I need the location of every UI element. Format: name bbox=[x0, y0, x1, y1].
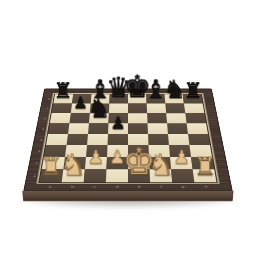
file-label-d: d bbox=[115, 184, 118, 187]
square-g4[interactable] bbox=[168, 134, 189, 145]
chessboard-scene: abcdefgh 12345678 ♜♝♛♚♝♞♜♟♞♟♟♟♟♜♞♚♞♜ bbox=[0, 6, 255, 255]
board-front-edge bbox=[22, 191, 234, 202]
square-f6[interactable] bbox=[147, 113, 167, 123]
playing-area: ♜♝♛♚♝♞♜♟♞♟♟♟♟♜♞♚♞♜ bbox=[39, 94, 216, 182]
square-b1[interactable]: ♞ bbox=[61, 169, 84, 182]
square-h1[interactable]: ♜ bbox=[192, 169, 216, 182]
piece-white-rook-a1[interactable]: ♜ bbox=[39, 154, 62, 179]
square-g5[interactable] bbox=[167, 123, 188, 134]
piece-white-pawn-c2[interactable]: ♟ bbox=[87, 148, 103, 166]
rank-label-7: 7 bbox=[45, 107, 48, 109]
square-g7[interactable] bbox=[165, 103, 185, 113]
square-d7[interactable] bbox=[108, 103, 127, 113]
square-b4[interactable] bbox=[66, 134, 87, 145]
square-h4[interactable] bbox=[188, 134, 210, 145]
square-f7[interactable] bbox=[146, 103, 166, 113]
file-label-h: h bbox=[204, 184, 207, 187]
piece-black-pawn-d5[interactable]: ♟ bbox=[110, 115, 125, 132]
square-e8[interactable]: ♚ bbox=[128, 94, 147, 103]
piece-white-knight-f1[interactable]: ♞ bbox=[147, 150, 174, 180]
square-a7[interactable] bbox=[51, 103, 71, 113]
file-label-f: f bbox=[160, 184, 162, 187]
file-label-a: a bbox=[48, 184, 51, 187]
square-e5[interactable] bbox=[128, 123, 148, 134]
piece-black-knight-c6[interactable]: ♞ bbox=[87, 95, 111, 121]
square-e1[interactable]: ♚ bbox=[128, 169, 150, 182]
piece-white-pawn-g2[interactable]: ♟ bbox=[173, 148, 189, 166]
piece-white-knight-b1[interactable]: ♞ bbox=[59, 150, 86, 180]
rank-label-4: 4 bbox=[39, 138, 42, 141]
rank-label-1: 1 bbox=[32, 174, 35, 177]
square-h5[interactable] bbox=[186, 123, 207, 134]
piece-black-rook-h8[interactable]: ♜ bbox=[183, 80, 202, 101]
square-c1[interactable] bbox=[83, 169, 106, 182]
square-g8[interactable]: ♞ bbox=[164, 94, 183, 103]
square-g6[interactable] bbox=[166, 113, 186, 123]
square-e6[interactable] bbox=[128, 113, 148, 123]
square-a5[interactable] bbox=[48, 123, 69, 134]
piece-black-pawn-b7[interactable]: ♟ bbox=[73, 95, 87, 111]
file-coordinates: abcdefgh bbox=[38, 182, 218, 189]
square-h8[interactable]: ♜ bbox=[182, 94, 202, 103]
square-c2[interactable]: ♟ bbox=[84, 156, 106, 168]
square-a4[interactable] bbox=[46, 134, 68, 145]
file-label-c: c bbox=[93, 184, 95, 187]
square-h6[interactable] bbox=[185, 113, 206, 123]
square-e7[interactable] bbox=[128, 103, 147, 113]
product-photo: abcdefgh 12345678 ♜♝♛♚♝♞♜♟♞♟♟♟♟♜♞♚♞♜ bbox=[0, 0, 255, 255]
square-c6[interactable]: ♞ bbox=[88, 113, 108, 123]
piece-black-rook-a8[interactable]: ♜ bbox=[53, 80, 72, 101]
square-c5[interactable] bbox=[88, 123, 108, 134]
rank-label-8: 8 bbox=[47, 97, 50, 99]
square-f8[interactable]: ♝ bbox=[146, 94, 165, 103]
chessboard: abcdefgh 12345678 ♜♝♛♚♝♞♜♟♞♟♟♟♟♜♞♚♞♜ bbox=[23, 88, 232, 191]
rank-label-5: 5 bbox=[41, 127, 44, 129]
file-label-b: b bbox=[71, 184, 74, 187]
piece-black-knight-g8[interactable]: ♞ bbox=[163, 76, 186, 101]
square-b5[interactable] bbox=[68, 123, 89, 134]
rank-label-6: 6 bbox=[43, 117, 46, 119]
file-label-g: g bbox=[181, 184, 184, 187]
square-h7[interactable] bbox=[183, 103, 203, 113]
square-c4[interactable] bbox=[87, 134, 108, 145]
square-f5[interactable] bbox=[147, 123, 167, 134]
rank-label-2: 2 bbox=[35, 161, 38, 164]
file-label-e: e bbox=[138, 184, 141, 187]
square-a6[interactable] bbox=[49, 113, 70, 123]
square-f1[interactable]: ♞ bbox=[149, 169, 172, 182]
piece-white-rook-h1[interactable]: ♜ bbox=[193, 154, 216, 179]
square-a8[interactable]: ♜ bbox=[53, 94, 73, 103]
square-d5[interactable]: ♟ bbox=[108, 123, 128, 134]
